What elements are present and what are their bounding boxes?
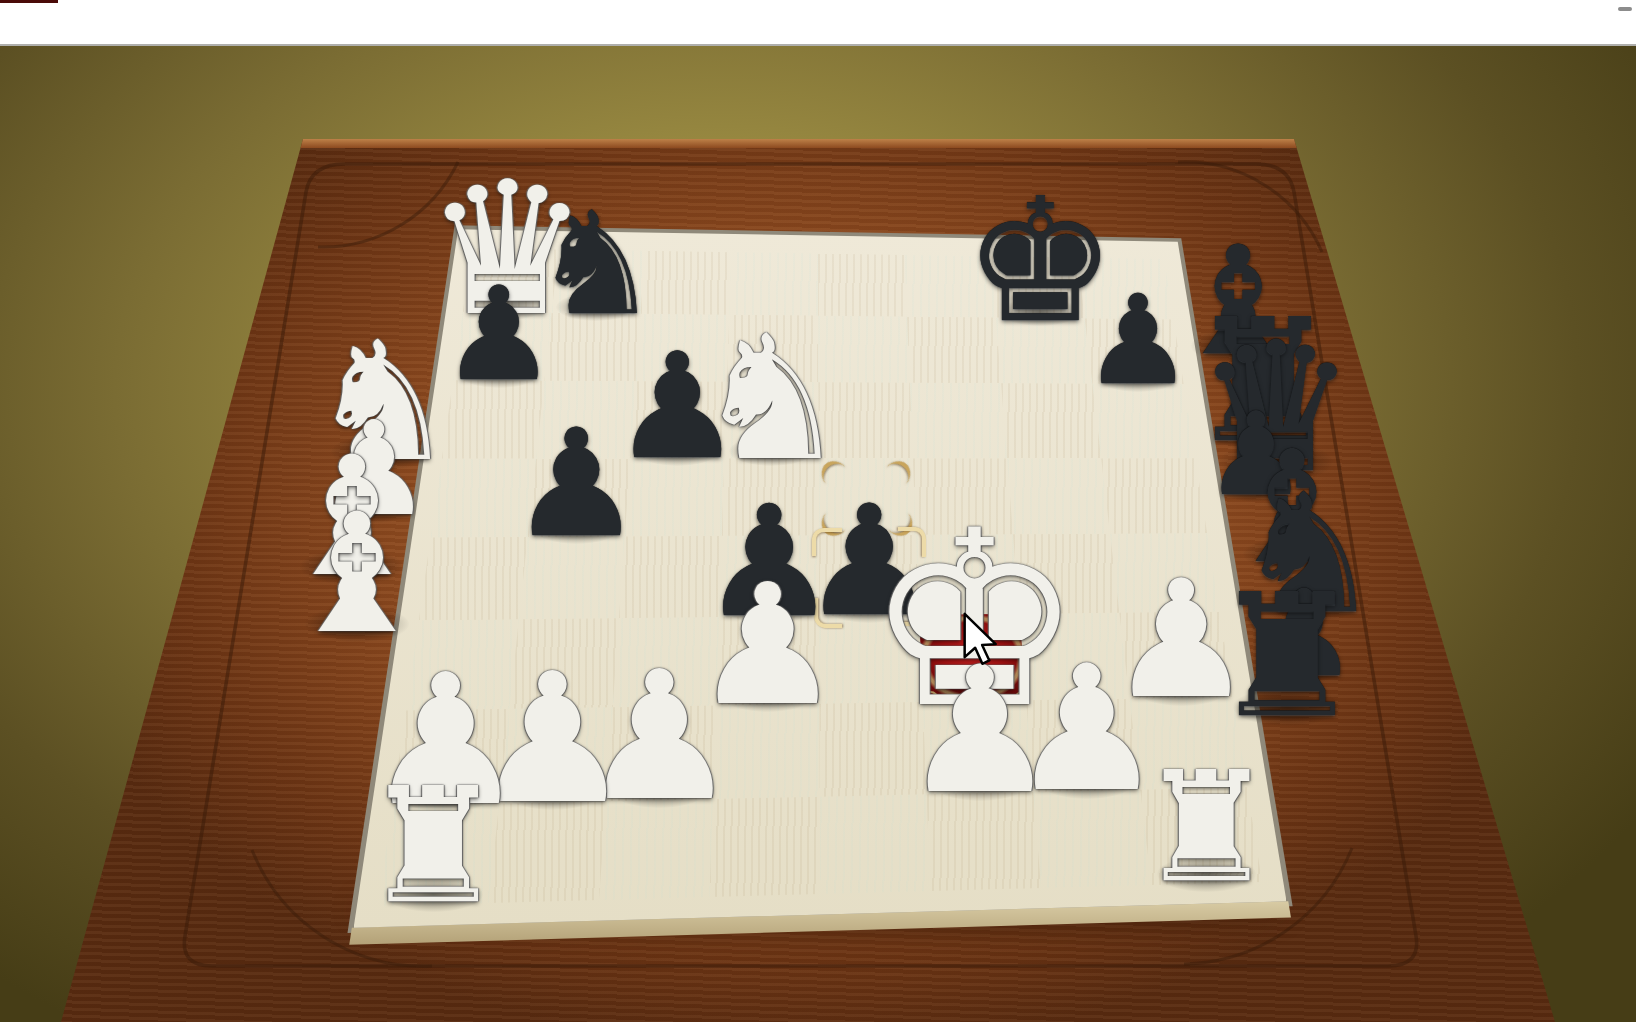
white-pawn[interactable]: ♟ <box>893 644 1068 819</box>
window-title-sliver <box>0 0 58 3</box>
white-bishop: ♝ <box>275 492 440 657</box>
game-scene: ♛♞♚♟♟♟♞♟♟♟♟♚♟♟♟♟♟♟♜♜♞♟♝♝♝♜♛♟♝♞♟♜ <box>0 0 1636 1022</box>
window-control-dash[interactable] <box>1618 7 1632 11</box>
black-pawn[interactable]: ♟ <box>502 410 651 559</box>
black-rook: ♜ <box>1202 571 1372 741</box>
white-rook[interactable]: ♜ <box>1131 752 1283 904</box>
mouse-cursor <box>963 612 999 670</box>
white-rook[interactable]: ♜ <box>354 767 513 927</box>
square-f6[interactable] <box>910 383 1007 459</box>
white-knight[interactable]: ♞ <box>686 313 858 485</box>
menu-bar[interactable] <box>0 0 1636 46</box>
